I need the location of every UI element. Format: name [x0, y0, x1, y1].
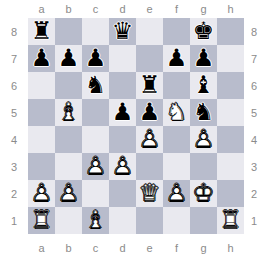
- square-c8[interactable]: [82, 18, 109, 45]
- square-e4[interactable]: ♟♙: [136, 126, 163, 153]
- black-pawn-e5[interactable]: ♟: [136, 99, 163, 126]
- white-bishop-glyph: ♝: [55, 99, 82, 126]
- black-bishop-glyph: ♝: [190, 72, 217, 99]
- white-rook-outline: ♖: [217, 207, 244, 234]
- file-label-bottom-h: h: [217, 234, 244, 262]
- white-rook-outline: ♖: [28, 207, 55, 234]
- square-d1[interactable]: [109, 207, 136, 234]
- file-label-top-g: g: [190, 0, 217, 18]
- white-pawn-a2[interactable]: ♟♙: [28, 180, 55, 207]
- black-rook-a8[interactable]: ♜: [28, 18, 55, 45]
- rank-label-left-3: 3: [0, 153, 28, 180]
- square-f7[interactable]: ♟: [163, 45, 190, 72]
- white-bishop-outline: ♗: [82, 207, 109, 234]
- square-g8[interactable]: ♚: [190, 18, 217, 45]
- white-pawn-glyph: ♟: [190, 126, 217, 153]
- black-rook-glyph: ♜: [28, 18, 55, 45]
- rank-label-right-8: 8: [244, 18, 264, 45]
- file-label-top-b: b: [55, 0, 82, 18]
- file-label-bottom-g: g: [190, 234, 217, 262]
- white-knight-f5[interactable]: ♞♘: [163, 99, 190, 126]
- chess-board-widget: abcdefgh8♜♛♚87♟♟♟♟♟76♞♜♝65♝♗♟♟♞♘♞54♟♙♟♙4…: [0, 0, 264, 262]
- square-d2[interactable]: [109, 180, 136, 207]
- black-pawn-f7[interactable]: ♟: [163, 45, 190, 72]
- black-pawn-glyph: ♟: [109, 99, 136, 126]
- black-knight-glyph: ♞: [82, 72, 109, 99]
- white-bishop-b5[interactable]: ♝♗: [55, 99, 82, 126]
- file-label-bottom-e: e: [136, 234, 163, 262]
- square-f2[interactable]: ♟♙: [163, 180, 190, 207]
- square-f1[interactable]: [163, 207, 190, 234]
- file-label-bottom-f: f: [163, 234, 190, 262]
- square-g5[interactable]: ♞: [190, 99, 217, 126]
- square-b4[interactable]: [55, 126, 82, 153]
- black-pawn-c7[interactable]: ♟: [82, 45, 109, 72]
- square-e1[interactable]: [136, 207, 163, 234]
- black-rook-glyph: ♜: [136, 72, 163, 99]
- square-g1[interactable]: [190, 207, 217, 234]
- square-b8[interactable]: [55, 18, 82, 45]
- square-d5[interactable]: ♟: [109, 99, 136, 126]
- rank-label-left-4: 4: [0, 126, 28, 153]
- black-pawn-glyph: ♟: [28, 45, 55, 72]
- square-g6[interactable]: ♝: [190, 72, 217, 99]
- black-knight-g5[interactable]: ♞: [190, 99, 217, 126]
- corner-spacer: [244, 0, 264, 18]
- square-b3[interactable]: [55, 153, 82, 180]
- square-f6[interactable]: [163, 72, 190, 99]
- square-f5[interactable]: ♞♘: [163, 99, 190, 126]
- square-c5[interactable]: [82, 99, 109, 126]
- square-c1[interactable]: ♝♗: [82, 207, 109, 234]
- square-e2[interactable]: ♛♕: [136, 180, 163, 207]
- rank-label-right-5: 5: [244, 99, 264, 126]
- square-h2[interactable]: [217, 180, 244, 207]
- white-pawn-glyph: ♟: [55, 180, 82, 207]
- square-g4[interactable]: ♟♙: [190, 126, 217, 153]
- white-knight-outline: ♘: [163, 99, 190, 126]
- white-knight-glyph: ♞: [163, 99, 190, 126]
- corner-spacer: [244, 234, 264, 262]
- black-pawn-g7[interactable]: ♟: [190, 45, 217, 72]
- square-g2[interactable]: ♚♔: [190, 180, 217, 207]
- black-knight-glyph: ♞: [190, 99, 217, 126]
- square-f4[interactable]: [163, 126, 190, 153]
- square-a8[interactable]: ♜: [28, 18, 55, 45]
- white-rook-glyph: ♜: [217, 207, 244, 234]
- black-queen-d8[interactable]: ♛: [109, 18, 136, 45]
- white-pawn-outline: ♙: [28, 180, 55, 207]
- white-queen-glyph: ♛: [136, 180, 163, 207]
- white-pawn-outline: ♙: [109, 153, 136, 180]
- square-e7[interactable]: [136, 45, 163, 72]
- black-pawn-glyph: ♟: [82, 45, 109, 72]
- square-b5[interactable]: ♝♗: [55, 99, 82, 126]
- square-d7[interactable]: [109, 45, 136, 72]
- white-pawn-outline: ♙: [163, 180, 190, 207]
- black-pawn-glyph: ♟: [55, 45, 82, 72]
- square-g7[interactable]: ♟: [190, 45, 217, 72]
- white-pawn-e4[interactable]: ♟♙: [136, 126, 163, 153]
- black-pawn-d5[interactable]: ♟: [109, 99, 136, 126]
- white-pawn-glyph: ♟: [28, 180, 55, 207]
- square-h3[interactable]: [217, 153, 244, 180]
- rank-label-right-3: 3: [244, 153, 264, 180]
- square-h4[interactable]: [217, 126, 244, 153]
- square-g3[interactable]: [190, 153, 217, 180]
- square-e8[interactable]: [136, 18, 163, 45]
- rank-label-left-7: 7: [0, 45, 28, 72]
- rank-label-left-6: 6: [0, 72, 28, 99]
- black-pawn-b7[interactable]: ♟: [55, 45, 82, 72]
- white-pawn-glyph: ♟: [82, 153, 109, 180]
- square-d4[interactable]: [109, 126, 136, 153]
- square-c6[interactable]: ♞: [82, 72, 109, 99]
- corner-spacer: [0, 0, 28, 18]
- white-pawn-glyph: ♟: [163, 180, 190, 207]
- square-d3[interactable]: ♟♙: [109, 153, 136, 180]
- corner-spacer: [0, 234, 28, 262]
- black-pawn-glyph: ♟: [190, 45, 217, 72]
- white-queen-e2[interactable]: ♛♕: [136, 180, 163, 207]
- rank-label-right-7: 7: [244, 45, 264, 72]
- black-bishop-g6[interactable]: ♝: [190, 72, 217, 99]
- white-king-outline: ♔: [190, 180, 217, 207]
- black-king-glyph: ♚: [190, 18, 217, 45]
- white-bishop-outline: ♗: [55, 99, 82, 126]
- rank-label-right-1: 1: [244, 207, 264, 234]
- square-h8[interactable]: [217, 18, 244, 45]
- square-d6[interactable]: [109, 72, 136, 99]
- square-e3[interactable]: [136, 153, 163, 180]
- square-c4[interactable]: [82, 126, 109, 153]
- square-h1[interactable]: ♜♖: [217, 207, 244, 234]
- white-pawn-outline: ♙: [190, 126, 217, 153]
- square-a5[interactable]: [28, 99, 55, 126]
- square-e5[interactable]: ♟: [136, 99, 163, 126]
- file-label-top-d: d: [109, 0, 136, 18]
- white-king-glyph: ♚: [190, 180, 217, 207]
- file-label-top-f: f: [163, 0, 190, 18]
- white-pawn-c3[interactable]: ♟♙: [82, 153, 109, 180]
- black-knight-c6[interactable]: ♞: [82, 72, 109, 99]
- white-pawn-d3[interactable]: ♟♙: [109, 153, 136, 180]
- file-label-top-a: a: [28, 0, 55, 18]
- white-rook-h1[interactable]: ♜♖: [217, 207, 244, 234]
- square-f8[interactable]: [163, 18, 190, 45]
- file-label-bottom-d: d: [109, 234, 136, 262]
- square-a3[interactable]: [28, 153, 55, 180]
- file-label-top-c: c: [82, 0, 109, 18]
- white-king-g2[interactable]: ♚♔: [190, 180, 217, 207]
- file-label-bottom-a: a: [28, 234, 55, 262]
- square-h6[interactable]: [217, 72, 244, 99]
- black-pawn-glyph: ♟: [136, 99, 163, 126]
- black-queen-glyph: ♛: [109, 18, 136, 45]
- white-pawn-outline: ♙: [136, 126, 163, 153]
- square-f3[interactable]: [163, 153, 190, 180]
- white-pawn-glyph: ♟: [109, 153, 136, 180]
- white-rook-glyph: ♜: [28, 207, 55, 234]
- file-label-bottom-b: b: [55, 234, 82, 262]
- white-pawn-g4[interactable]: ♟♙: [190, 126, 217, 153]
- file-label-top-h: h: [217, 0, 244, 18]
- square-d8[interactable]: ♛: [109, 18, 136, 45]
- white-pawn-b2[interactable]: ♟♙: [55, 180, 82, 207]
- white-pawn-outline: ♙: [82, 153, 109, 180]
- rank-label-left-5: 5: [0, 99, 28, 126]
- square-a1[interactable]: ♜♖: [28, 207, 55, 234]
- white-bishop-c1[interactable]: ♝♗: [82, 207, 109, 234]
- white-pawn-outline: ♙: [55, 180, 82, 207]
- rank-label-left-1: 1: [0, 207, 28, 234]
- rank-label-left-2: 2: [0, 180, 28, 207]
- square-h7[interactable]: [217, 45, 244, 72]
- square-c7[interactable]: ♟: [82, 45, 109, 72]
- square-a6[interactable]: [28, 72, 55, 99]
- square-b2[interactable]: ♟♙: [55, 180, 82, 207]
- black-rook-e6[interactable]: ♜: [136, 72, 163, 99]
- rank-label-right-4: 4: [244, 126, 264, 153]
- square-b6[interactable]: [55, 72, 82, 99]
- square-c3[interactable]: ♟♙: [82, 153, 109, 180]
- black-pawn-a7[interactable]: ♟: [28, 45, 55, 72]
- square-a4[interactable]: [28, 126, 55, 153]
- square-e6[interactable]: ♜: [136, 72, 163, 99]
- square-a2[interactable]: ♟♙: [28, 180, 55, 207]
- rank-label-right-2: 2: [244, 180, 264, 207]
- white-rook-a1[interactable]: ♜♖: [28, 207, 55, 234]
- file-label-bottom-c: c: [82, 234, 109, 262]
- square-a7[interactable]: ♟: [28, 45, 55, 72]
- white-pawn-f2[interactable]: ♟♙: [163, 180, 190, 207]
- white-queen-outline: ♕: [136, 180, 163, 207]
- white-pawn-glyph: ♟: [136, 126, 163, 153]
- file-label-top-e: e: [136, 0, 163, 18]
- rank-label-left-8: 8: [0, 18, 28, 45]
- square-c2[interactable]: [82, 180, 109, 207]
- rank-label-right-6: 6: [244, 72, 264, 99]
- square-b1[interactable]: [55, 207, 82, 234]
- square-b7[interactable]: ♟: [55, 45, 82, 72]
- black-pawn-glyph: ♟: [163, 45, 190, 72]
- square-h5[interactable]: [217, 99, 244, 126]
- white-bishop-glyph: ♝: [82, 207, 109, 234]
- black-king-g8[interactable]: ♚: [190, 18, 217, 45]
